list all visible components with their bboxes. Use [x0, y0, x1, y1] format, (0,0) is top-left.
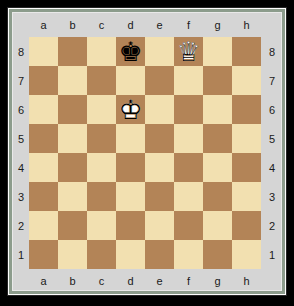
square-c1[interactable]: [87, 240, 116, 269]
square-d8[interactable]: ♚: [116, 37, 145, 66]
square-h8[interactable]: [232, 37, 261, 66]
square-h5[interactable]: [232, 124, 261, 153]
square-b5[interactable]: [58, 124, 87, 153]
file-label-f: f: [174, 269, 203, 292]
file-label-a: a: [29, 269, 58, 292]
file-label-d: d: [116, 13, 145, 37]
square-e4[interactable]: [145, 153, 174, 182]
board-grid: abcdefgh8♚♛♕8776♚♔65544332211abcdefgh: [13, 13, 283, 292]
square-e2[interactable]: [145, 211, 174, 240]
white-queen-outline: ♕: [174, 37, 203, 66]
square-e6[interactable]: [145, 95, 174, 124]
file-label-b: b: [58, 269, 87, 292]
square-f5[interactable]: [174, 124, 203, 153]
square-b2[interactable]: [58, 211, 87, 240]
frame-corner: [261, 13, 283, 37]
square-d7[interactable]: [116, 66, 145, 95]
square-g2[interactable]: [203, 211, 232, 240]
square-g3[interactable]: [203, 182, 232, 211]
white-queen[interactable]: ♛♕: [174, 37, 203, 66]
rank-label-3: 3: [13, 182, 29, 211]
square-d1[interactable]: [116, 240, 145, 269]
square-e7[interactable]: [145, 66, 174, 95]
square-a7[interactable]: [29, 66, 58, 95]
square-h4[interactable]: [232, 153, 261, 182]
white-king[interactable]: ♚♔: [116, 95, 145, 124]
rank-label-7: 7: [13, 66, 29, 95]
square-f7[interactable]: [174, 66, 203, 95]
square-d3[interactable]: [116, 182, 145, 211]
file-label-c: c: [87, 269, 116, 292]
square-e5[interactable]: [145, 124, 174, 153]
square-f3[interactable]: [174, 182, 203, 211]
square-a5[interactable]: [29, 124, 58, 153]
square-g8[interactable]: [203, 37, 232, 66]
file-label-f: f: [174, 13, 203, 37]
square-a4[interactable]: [29, 153, 58, 182]
square-c8[interactable]: [87, 37, 116, 66]
square-d2[interactable]: [116, 211, 145, 240]
file-label-g: g: [203, 13, 232, 37]
square-a1[interactable]: [29, 240, 58, 269]
rank-label-5: 5: [261, 124, 283, 153]
square-h7[interactable]: [232, 66, 261, 95]
file-label-g: g: [203, 269, 232, 292]
square-c3[interactable]: [87, 182, 116, 211]
rank-label-7: 7: [261, 66, 283, 95]
square-a8[interactable]: [29, 37, 58, 66]
white-king-outline: ♔: [116, 95, 145, 124]
file-label-h: h: [232, 13, 261, 37]
square-c4[interactable]: [87, 153, 116, 182]
square-g7[interactable]: [203, 66, 232, 95]
square-f8[interactable]: ♛♕: [174, 37, 203, 66]
rank-label-4: 4: [261, 153, 283, 182]
file-label-h: h: [232, 269, 261, 292]
square-h3[interactable]: [232, 182, 261, 211]
square-h2[interactable]: [232, 211, 261, 240]
square-e8[interactable]: [145, 37, 174, 66]
rank-label-8: 8: [13, 37, 29, 66]
rank-label-2: 2: [13, 211, 29, 240]
rank-label-3: 3: [261, 182, 283, 211]
square-e3[interactable]: [145, 182, 174, 211]
rank-label-1: 1: [261, 240, 283, 269]
square-a2[interactable]: [29, 211, 58, 240]
file-label-d: d: [116, 269, 145, 292]
file-label-e: e: [145, 13, 174, 37]
square-g6[interactable]: [203, 95, 232, 124]
frame-corner: [13, 269, 29, 292]
rank-label-4: 4: [13, 153, 29, 182]
rank-label-2: 2: [261, 211, 283, 240]
square-h6[interactable]: [232, 95, 261, 124]
square-g1[interactable]: [203, 240, 232, 269]
square-g4[interactable]: [203, 153, 232, 182]
square-e1[interactable]: [145, 240, 174, 269]
square-d5[interactable]: [116, 124, 145, 153]
square-a3[interactable]: [29, 182, 58, 211]
rank-label-8: 8: [261, 37, 283, 66]
square-f1[interactable]: [174, 240, 203, 269]
square-f2[interactable]: [174, 211, 203, 240]
square-b6[interactable]: [58, 95, 87, 124]
square-c6[interactable]: [87, 95, 116, 124]
square-b3[interactable]: [58, 182, 87, 211]
square-g5[interactable]: [203, 124, 232, 153]
chessboard-window: abcdefgh8♚♛♕8776♚♔65544332211abcdefgh: [7, 7, 287, 296]
frame-corner: [261, 269, 283, 292]
square-b4[interactable]: [58, 153, 87, 182]
square-b8[interactable]: [58, 37, 87, 66]
square-c2[interactable]: [87, 211, 116, 240]
square-a6[interactable]: [29, 95, 58, 124]
square-c5[interactable]: [87, 124, 116, 153]
file-label-b: b: [58, 13, 87, 37]
file-label-c: c: [87, 13, 116, 37]
square-d4[interactable]: [116, 153, 145, 182]
black-king[interactable]: ♚: [116, 37, 145, 66]
rank-label-6: 6: [13, 95, 29, 124]
square-h1[interactable]: [232, 240, 261, 269]
square-f4[interactable]: [174, 153, 203, 182]
rank-label-1: 1: [13, 240, 29, 269]
frame-corner: [13, 13, 29, 37]
square-d6[interactable]: ♚♔: [116, 95, 145, 124]
file-label-e: e: [145, 269, 174, 292]
file-label-a: a: [29, 13, 58, 37]
square-b1[interactable]: [58, 240, 87, 269]
square-c7[interactable]: [87, 66, 116, 95]
square-f6[interactable]: [174, 95, 203, 124]
rank-label-5: 5: [13, 124, 29, 153]
square-b7[interactable]: [58, 66, 87, 95]
rank-label-6: 6: [261, 95, 283, 124]
